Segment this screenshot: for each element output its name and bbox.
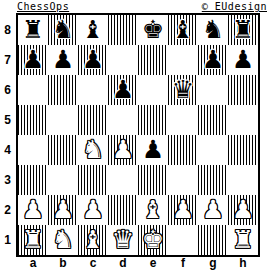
- square-f6[interactable]: ♛: [168, 75, 198, 105]
- square-g3[interactable]: [198, 165, 228, 195]
- square-a8[interactable]: ♜: [18, 15, 48, 45]
- square-h6[interactable]: [228, 75, 258, 105]
- square-e7[interactable]: [138, 45, 168, 75]
- rank-label-7: 7: [0, 45, 15, 75]
- rank-labels: 87654321: [0, 15, 15, 255]
- square-h7[interactable]: ♟: [228, 45, 258, 75]
- rank-label-2: 2: [0, 195, 15, 225]
- piece-white-rook[interactable]: ♜: [232, 225, 254, 255]
- piece-black-rook[interactable]: ♜: [22, 15, 44, 45]
- square-b7[interactable]: ♟: [48, 45, 78, 75]
- square-g4[interactable]: [198, 135, 228, 165]
- square-c7[interactable]: ♟: [78, 45, 108, 75]
- square-d1[interactable]: ♛: [108, 225, 138, 255]
- square-a3[interactable]: [18, 165, 48, 195]
- square-b1[interactable]: ♞: [48, 225, 78, 255]
- square-g8[interactable]: ♞: [198, 15, 228, 45]
- piece-black-queen[interactable]: ♛: [172, 75, 194, 105]
- square-g1[interactable]: [198, 225, 228, 255]
- file-label-a: a: [18, 256, 48, 270]
- piece-white-pawn[interactable]: ♟: [22, 195, 44, 225]
- piece-black-pawn[interactable]: ♟: [202, 45, 224, 75]
- app-title-link[interactable]: ChessOps: [17, 1, 69, 12]
- rank-label-3: 3: [0, 165, 15, 195]
- piece-white-queen[interactable]: ♛: [112, 225, 134, 255]
- piece-black-bishop[interactable]: ♝: [82, 15, 104, 45]
- piece-white-bishop[interactable]: ♝: [142, 195, 164, 225]
- square-h8[interactable]: ♜: [228, 15, 258, 45]
- square-f2[interactable]: ♟: [168, 195, 198, 225]
- square-h2[interactable]: ♟: [228, 195, 258, 225]
- square-d4[interactable]: ♟: [108, 135, 138, 165]
- piece-black-pawn[interactable]: ♟: [112, 75, 134, 105]
- square-e1[interactable]: ♚: [138, 225, 168, 255]
- piece-white-pawn[interactable]: ♟: [202, 195, 224, 225]
- square-e6[interactable]: [138, 75, 168, 105]
- piece-black-pawn[interactable]: ♟: [22, 45, 44, 75]
- square-g5[interactable]: [198, 105, 228, 135]
- square-c1[interactable]: ♝: [78, 225, 108, 255]
- piece-white-knight[interactable]: ♞: [82, 135, 104, 165]
- file-labels: abcdefgh: [18, 256, 258, 270]
- square-h1[interactable]: ♜: [228, 225, 258, 255]
- piece-black-king[interactable]: ♚: [142, 15, 164, 45]
- piece-black-bishop[interactable]: ♝: [172, 15, 194, 45]
- chess-diagram-window: ChessOps © EUdesign 87654321 ♜♞♝♚♝♞♜♟♟♟♟…: [0, 0, 270, 270]
- rank-label-5: 5: [0, 105, 15, 135]
- piece-black-knight[interactable]: ♞: [52, 15, 74, 45]
- square-e2[interactable]: ♝: [138, 195, 168, 225]
- square-a5[interactable]: [18, 105, 48, 135]
- square-h4[interactable]: [228, 135, 258, 165]
- rank-label-1: 1: [0, 225, 15, 255]
- square-b4[interactable]: [48, 135, 78, 165]
- piece-black-pawn[interactable]: ♟: [142, 135, 164, 165]
- square-g7[interactable]: ♟: [198, 45, 228, 75]
- credit-link[interactable]: © EUdesign: [202, 1, 267, 12]
- square-a7[interactable]: ♟: [18, 45, 48, 75]
- square-b6[interactable]: [48, 75, 78, 105]
- file-label-d: d: [108, 256, 138, 270]
- square-h3[interactable]: [228, 165, 258, 195]
- square-d6[interactable]: ♟: [108, 75, 138, 105]
- piece-black-knight[interactable]: ♞: [202, 15, 224, 45]
- piece-white-pawn[interactable]: ♟: [172, 195, 194, 225]
- piece-black-pawn[interactable]: ♟: [82, 45, 104, 75]
- rank-label-4: 4: [0, 135, 15, 165]
- square-b3[interactable]: [48, 165, 78, 195]
- rank-label-8: 8: [0, 15, 15, 45]
- piece-black-pawn[interactable]: ♟: [52, 45, 74, 75]
- square-d5[interactable]: [108, 105, 138, 135]
- file-label-g: g: [198, 256, 228, 270]
- square-b8[interactable]: ♞: [48, 15, 78, 45]
- square-c8[interactable]: ♝: [78, 15, 108, 45]
- square-e3[interactable]: [138, 165, 168, 195]
- piece-white-pawn[interactable]: ♟: [112, 135, 134, 165]
- piece-white-bishop[interactable]: ♝: [82, 225, 104, 255]
- piece-white-pawn[interactable]: ♟: [52, 195, 74, 225]
- file-label-f: f: [168, 256, 198, 270]
- file-label-e: e: [138, 256, 168, 270]
- square-e5[interactable]: [138, 105, 168, 135]
- square-g2[interactable]: ♟: [198, 195, 228, 225]
- piece-black-pawn[interactable]: ♟: [232, 45, 254, 75]
- square-d3[interactable]: [108, 165, 138, 195]
- square-a6[interactable]: [18, 75, 48, 105]
- piece-black-rook[interactable]: ♜: [232, 15, 254, 45]
- piece-white-rook[interactable]: ♜: [22, 225, 44, 255]
- file-label-c: c: [78, 256, 108, 270]
- square-f8[interactable]: ♝: [168, 15, 198, 45]
- square-e8[interactable]: ♚: [138, 15, 168, 45]
- square-c4[interactable]: ♞: [78, 135, 108, 165]
- rank-label-6: 6: [0, 75, 15, 105]
- file-label-b: b: [48, 256, 78, 270]
- square-d2[interactable]: [108, 195, 138, 225]
- square-f3[interactable]: [168, 165, 198, 195]
- square-c2[interactable]: ♟: [78, 195, 108, 225]
- square-c5[interactable]: [78, 105, 108, 135]
- square-b5[interactable]: [48, 105, 78, 135]
- piece-white-knight[interactable]: ♞: [52, 225, 74, 255]
- square-e4[interactable]: ♟: [138, 135, 168, 165]
- square-h5[interactable]: [228, 105, 258, 135]
- square-g6[interactable]: [198, 75, 228, 105]
- square-a2[interactable]: ♟: [18, 195, 48, 225]
- square-f1[interactable]: [168, 225, 198, 255]
- square-c6[interactable]: [78, 75, 108, 105]
- square-f5[interactable]: [168, 105, 198, 135]
- square-d8[interactable]: [108, 15, 138, 45]
- square-a1[interactable]: ♜: [18, 225, 48, 255]
- file-label-h: h: [228, 256, 258, 270]
- chess-board: ♜♞♝♚♝♞♜♟♟♟♟♟♟♛♞♟♟♟♟♟♝♟♟♟♜♞♝♛♚♜: [16, 13, 260, 257]
- square-f4[interactable]: [168, 135, 198, 165]
- piece-white-pawn[interactable]: ♟: [82, 195, 104, 225]
- square-c3[interactable]: [78, 165, 108, 195]
- piece-white-pawn[interactable]: ♟: [232, 195, 254, 225]
- square-d7[interactable]: [108, 45, 138, 75]
- square-f7[interactable]: [168, 45, 198, 75]
- square-a4[interactable]: [18, 135, 48, 165]
- piece-white-king[interactable]: ♚: [142, 225, 164, 255]
- square-b2[interactable]: ♟: [48, 195, 78, 225]
